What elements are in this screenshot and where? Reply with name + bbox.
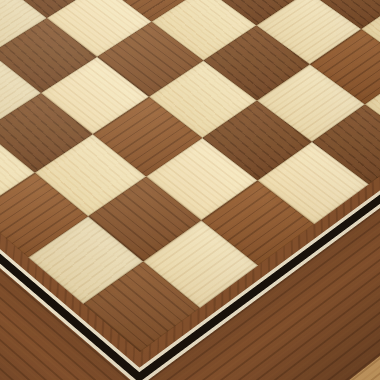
- board-surface: [0, 0, 380, 380]
- chessboard-corner-photo: [0, 0, 380, 380]
